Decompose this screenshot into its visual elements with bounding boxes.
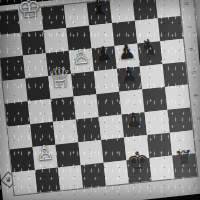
square-r3c8[interactable] bbox=[160, 39, 185, 64]
square-r6c7[interactable] bbox=[145, 110, 170, 135]
black-knight-glyph: ♞ bbox=[138, 35, 161, 60]
piece-black-pawn[interactable]: ♟ bbox=[122, 112, 147, 137]
white-king-glyph: ♔ bbox=[16, 0, 43, 22]
piece-black-pawn[interactable]: ♟ bbox=[92, 46, 117, 71]
chess-board: CHESS ♛ 87654321 ♔♝♙♟♟♞♕♟♟♙♚♜ bbox=[0, 0, 200, 200]
square-r4c7[interactable] bbox=[140, 64, 165, 89]
piece-black-knight[interactable]: ♞ bbox=[137, 41, 162, 66]
square-r5c2[interactable] bbox=[28, 99, 53, 124]
piece-white-pawn[interactable]: ♙ bbox=[69, 48, 94, 73]
square-r8c3[interactable] bbox=[58, 165, 83, 190]
square-r4c1[interactable] bbox=[2, 78, 27, 103]
square-r6c5[interactable] bbox=[99, 115, 124, 140]
square-r5c1[interactable] bbox=[5, 101, 30, 126]
square-r6c1[interactable] bbox=[7, 124, 32, 149]
black-bishop-glyph: ♝ bbox=[87, 0, 110, 19]
square-r6c3[interactable] bbox=[53, 119, 78, 144]
black-rook-glyph: ♜ bbox=[173, 147, 196, 172]
white-queen-glyph: ♕ bbox=[46, 62, 73, 91]
square-r8c1[interactable] bbox=[12, 170, 37, 195]
crown-icon: ♛ bbox=[5, 175, 12, 184]
square-r7c7[interactable] bbox=[147, 133, 172, 158]
square-r4c8[interactable] bbox=[163, 62, 188, 87]
piece-black-king[interactable]: ♚ bbox=[126, 158, 151, 183]
square-r4c4[interactable] bbox=[71, 71, 96, 96]
black-king-glyph: ♚ bbox=[125, 147, 152, 176]
chessboard-photo: CHESS ♛ 87654321 ♔♝♙♟♟♞♕♟♟♙♚♜ bbox=[0, 0, 200, 200]
square-r2c3[interactable] bbox=[43, 28, 68, 53]
square-r7c1[interactable] bbox=[10, 147, 35, 172]
square-r4c5[interactable] bbox=[94, 69, 119, 94]
piece-white-pawn[interactable]: ♙ bbox=[33, 145, 58, 170]
square-r3c1[interactable] bbox=[0, 56, 25, 81]
square-r5c7[interactable] bbox=[142, 87, 167, 112]
square-r2c1[interactable] bbox=[0, 33, 23, 58]
square-r7c3[interactable] bbox=[55, 142, 80, 167]
square-r5c8[interactable] bbox=[165, 85, 190, 110]
square-r8c2[interactable] bbox=[35, 168, 60, 193]
square-r8c4[interactable] bbox=[81, 163, 106, 188]
black-pawn-glyph: ♟ bbox=[119, 63, 139, 85]
white-pawn-glyph: ♙ bbox=[35, 141, 55, 163]
square-r6c4[interactable] bbox=[76, 117, 101, 142]
black-pawn-glyph: ♟ bbox=[117, 40, 137, 62]
square-r3c2[interactable] bbox=[23, 53, 48, 78]
piece-white-queen[interactable]: ♕ bbox=[48, 74, 73, 99]
piece-black-pawn[interactable]: ♟ bbox=[117, 66, 142, 91]
square-r1c7[interactable] bbox=[133, 0, 158, 21]
black-pawn-glyph: ♟ bbox=[124, 109, 144, 131]
square-r4c2[interactable] bbox=[25, 76, 50, 101]
square-r8c5[interactable] bbox=[104, 160, 129, 185]
square-r8c7[interactable] bbox=[149, 156, 174, 181]
square-r5c4[interactable] bbox=[74, 94, 99, 119]
square-r2c8[interactable] bbox=[158, 16, 183, 41]
square-r1c6[interactable] bbox=[110, 0, 135, 23]
square-r1c4[interactable] bbox=[64, 3, 89, 28]
black-pawn-glyph: ♟ bbox=[94, 43, 114, 65]
piece-black-bishop[interactable]: ♝ bbox=[87, 0, 112, 25]
white-pawn-glyph: ♙ bbox=[71, 45, 91, 67]
playing-area: ♔♝♙♟♟♞♕♟♟♙♚♜ bbox=[0, 0, 197, 195]
square-r2c2[interactable] bbox=[21, 30, 46, 55]
square-r6c8[interactable] bbox=[167, 107, 192, 132]
piece-white-king[interactable]: ♔ bbox=[18, 7, 43, 32]
square-r7c5[interactable] bbox=[101, 137, 126, 162]
square-r1c3[interactable] bbox=[41, 5, 66, 30]
square-r7c4[interactable] bbox=[78, 140, 103, 165]
square-r5c5[interactable] bbox=[96, 92, 121, 117]
square-r5c3[interactable] bbox=[51, 97, 76, 122]
piece-black-rook[interactable]: ♜ bbox=[172, 153, 197, 178]
